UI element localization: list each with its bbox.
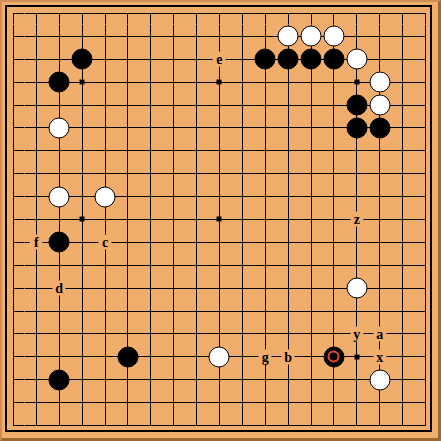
point-R3[interactable] <box>368 368 391 391</box>
point-N17[interactable] <box>277 48 300 71</box>
point-B12[interactable] <box>25 162 48 185</box>
point-N11[interactable] <box>277 185 300 208</box>
point-K16[interactable] <box>208 71 231 94</box>
point-H17[interactable] <box>162 48 185 71</box>
point-E7[interactable] <box>94 277 117 300</box>
point-L11[interactable] <box>231 185 254 208</box>
point-T14[interactable] <box>414 116 437 139</box>
point-N6[interactable] <box>277 300 300 323</box>
point-A2[interactable] <box>2 391 25 414</box>
point-E3[interactable] <box>94 368 117 391</box>
point-K9[interactable] <box>208 231 231 254</box>
point-G12[interactable] <box>139 162 162 185</box>
point-C7[interactable]: d <box>48 277 71 300</box>
point-C11[interactable] <box>48 185 71 208</box>
point-M11[interactable] <box>254 185 277 208</box>
point-M9[interactable] <box>254 231 277 254</box>
point-Q16[interactable] <box>345 71 368 94</box>
point-F2[interactable] <box>116 391 139 414</box>
point-S4[interactable] <box>391 345 414 368</box>
point-L9[interactable] <box>231 231 254 254</box>
point-B10[interactable] <box>25 208 48 231</box>
point-S13[interactable] <box>391 139 414 162</box>
point-F12[interactable] <box>116 162 139 185</box>
point-A9[interactable] <box>2 231 25 254</box>
point-B17[interactable] <box>25 48 48 71</box>
point-S1[interactable] <box>391 414 414 437</box>
point-M16[interactable] <box>254 71 277 94</box>
point-S9[interactable] <box>391 231 414 254</box>
point-G16[interactable] <box>139 71 162 94</box>
point-G19[interactable] <box>139 2 162 25</box>
point-F13[interactable] <box>116 139 139 162</box>
point-Q17[interactable] <box>345 48 368 71</box>
point-C5[interactable] <box>48 322 71 345</box>
point-J9[interactable] <box>185 231 208 254</box>
point-C13[interactable] <box>48 139 71 162</box>
point-T9[interactable] <box>414 231 437 254</box>
point-C2[interactable] <box>48 391 71 414</box>
point-B15[interactable] <box>25 94 48 117</box>
point-Q3[interactable] <box>345 368 368 391</box>
point-G15[interactable] <box>139 94 162 117</box>
point-K19[interactable] <box>208 2 231 25</box>
point-A19[interactable] <box>2 2 25 25</box>
point-F18[interactable] <box>116 25 139 48</box>
point-L16[interactable] <box>231 71 254 94</box>
point-R19[interactable] <box>368 2 391 25</box>
point-O6[interactable] <box>300 300 323 323</box>
point-N15[interactable] <box>277 94 300 117</box>
point-K3[interactable] <box>208 368 231 391</box>
point-R15[interactable] <box>368 94 391 117</box>
point-P8[interactable] <box>322 254 345 277</box>
point-J7[interactable] <box>185 277 208 300</box>
point-J2[interactable] <box>185 391 208 414</box>
point-J12[interactable] <box>185 162 208 185</box>
point-E19[interactable] <box>94 2 117 25</box>
point-J5[interactable] <box>185 322 208 345</box>
point-Q15[interactable] <box>345 94 368 117</box>
point-Q4[interactable] <box>345 345 368 368</box>
point-R4[interactable]: x <box>368 345 391 368</box>
point-E15[interactable] <box>94 94 117 117</box>
point-C15[interactable] <box>48 94 71 117</box>
point-F16[interactable] <box>116 71 139 94</box>
point-F3[interactable] <box>116 368 139 391</box>
point-S3[interactable] <box>391 368 414 391</box>
point-E17[interactable] <box>94 48 117 71</box>
point-S8[interactable] <box>391 254 414 277</box>
point-T15[interactable] <box>414 94 437 117</box>
point-A1[interactable] <box>2 414 25 437</box>
point-N5[interactable] <box>277 322 300 345</box>
point-A6[interactable] <box>2 300 25 323</box>
point-P12[interactable] <box>322 162 345 185</box>
point-E2[interactable] <box>94 391 117 414</box>
point-E14[interactable] <box>94 116 117 139</box>
point-H16[interactable] <box>162 71 185 94</box>
point-C12[interactable] <box>48 162 71 185</box>
point-A7[interactable] <box>2 277 25 300</box>
point-P11[interactable] <box>322 185 345 208</box>
point-H4[interactable] <box>162 345 185 368</box>
point-E8[interactable] <box>94 254 117 277</box>
point-B19[interactable] <box>25 2 48 25</box>
point-B1[interactable] <box>25 414 48 437</box>
point-T10[interactable] <box>414 208 437 231</box>
point-F1[interactable] <box>116 414 139 437</box>
point-D1[interactable] <box>71 414 94 437</box>
point-D19[interactable] <box>71 2 94 25</box>
point-K18[interactable] <box>208 25 231 48</box>
point-D9[interactable] <box>71 231 94 254</box>
point-S12[interactable] <box>391 162 414 185</box>
point-M7[interactable] <box>254 277 277 300</box>
point-M6[interactable] <box>254 300 277 323</box>
point-N1[interactable] <box>277 414 300 437</box>
point-O19[interactable] <box>300 2 323 25</box>
point-Q10[interactable]: z <box>345 208 368 231</box>
point-J16[interactable] <box>185 71 208 94</box>
point-T19[interactable] <box>414 2 437 25</box>
point-S15[interactable] <box>391 94 414 117</box>
point-G14[interactable] <box>139 116 162 139</box>
point-A10[interactable] <box>2 208 25 231</box>
point-D18[interactable] <box>71 25 94 48</box>
point-P13[interactable] <box>322 139 345 162</box>
point-A15[interactable] <box>2 94 25 117</box>
point-K13[interactable] <box>208 139 231 162</box>
point-T13[interactable] <box>414 139 437 162</box>
point-S14[interactable] <box>391 116 414 139</box>
point-Q5[interactable]: y <box>345 322 368 345</box>
point-K10[interactable] <box>208 208 231 231</box>
point-E6[interactable] <box>94 300 117 323</box>
point-N7[interactable] <box>277 277 300 300</box>
point-Q7[interactable] <box>345 277 368 300</box>
point-P16[interactable] <box>322 71 345 94</box>
point-J14[interactable] <box>185 116 208 139</box>
point-B13[interactable] <box>25 139 48 162</box>
point-D10[interactable] <box>71 208 94 231</box>
point-M19[interactable] <box>254 2 277 25</box>
point-E4[interactable] <box>94 345 117 368</box>
point-N19[interactable] <box>277 2 300 25</box>
point-F5[interactable] <box>116 322 139 345</box>
point-N12[interactable] <box>277 162 300 185</box>
point-D17[interactable] <box>71 48 94 71</box>
point-L19[interactable] <box>231 2 254 25</box>
point-K5[interactable] <box>208 322 231 345</box>
point-O18[interactable] <box>300 25 323 48</box>
point-P6[interactable] <box>322 300 345 323</box>
point-D11[interactable] <box>71 185 94 208</box>
point-G5[interactable] <box>139 322 162 345</box>
point-K4[interactable] <box>208 345 231 368</box>
point-E16[interactable] <box>94 71 117 94</box>
point-O9[interactable] <box>300 231 323 254</box>
point-S2[interactable] <box>391 391 414 414</box>
point-N13[interactable] <box>277 139 300 162</box>
point-O2[interactable] <box>300 391 323 414</box>
point-T3[interactable] <box>414 368 437 391</box>
point-K2[interactable] <box>208 391 231 414</box>
point-C10[interactable] <box>48 208 71 231</box>
point-M15[interactable] <box>254 94 277 117</box>
point-B11[interactable] <box>25 185 48 208</box>
point-D15[interactable] <box>71 94 94 117</box>
point-L5[interactable] <box>231 322 254 345</box>
point-H2[interactable] <box>162 391 185 414</box>
point-B16[interactable] <box>25 71 48 94</box>
point-J19[interactable] <box>185 2 208 25</box>
point-L18[interactable] <box>231 25 254 48</box>
point-R18[interactable] <box>368 25 391 48</box>
point-H5[interactable] <box>162 322 185 345</box>
point-N4[interactable]: b <box>277 345 300 368</box>
point-L12[interactable] <box>231 162 254 185</box>
point-F9[interactable] <box>116 231 139 254</box>
point-P5[interactable] <box>322 322 345 345</box>
point-L10[interactable] <box>231 208 254 231</box>
point-D6[interactable] <box>71 300 94 323</box>
point-P19[interactable] <box>322 2 345 25</box>
point-T7[interactable] <box>414 277 437 300</box>
point-A3[interactable] <box>2 368 25 391</box>
point-H6[interactable] <box>162 300 185 323</box>
point-H13[interactable] <box>162 139 185 162</box>
point-R14[interactable] <box>368 116 391 139</box>
point-B9[interactable]: f <box>25 231 48 254</box>
point-B7[interactable] <box>25 277 48 300</box>
point-T5[interactable] <box>414 322 437 345</box>
point-J4[interactable] <box>185 345 208 368</box>
point-F19[interactable] <box>116 2 139 25</box>
point-M10[interactable] <box>254 208 277 231</box>
point-R12[interactable] <box>368 162 391 185</box>
point-K14[interactable] <box>208 116 231 139</box>
point-M4[interactable]: g <box>254 345 277 368</box>
point-L8[interactable] <box>231 254 254 277</box>
point-T1[interactable] <box>414 414 437 437</box>
point-O5[interactable] <box>300 322 323 345</box>
point-H18[interactable] <box>162 25 185 48</box>
point-N10[interactable] <box>277 208 300 231</box>
point-A14[interactable] <box>2 116 25 139</box>
point-O4[interactable] <box>300 345 323 368</box>
point-L15[interactable] <box>231 94 254 117</box>
point-N16[interactable] <box>277 71 300 94</box>
point-D8[interactable] <box>71 254 94 277</box>
point-J8[interactable] <box>185 254 208 277</box>
point-T4[interactable] <box>414 345 437 368</box>
point-G17[interactable] <box>139 48 162 71</box>
point-J11[interactable] <box>185 185 208 208</box>
point-K8[interactable] <box>208 254 231 277</box>
point-F10[interactable] <box>116 208 139 231</box>
point-Q12[interactable] <box>345 162 368 185</box>
point-H15[interactable] <box>162 94 185 117</box>
point-C17[interactable] <box>48 48 71 71</box>
point-H9[interactable] <box>162 231 185 254</box>
point-N9[interactable] <box>277 231 300 254</box>
point-F7[interactable] <box>116 277 139 300</box>
point-C6[interactable] <box>48 300 71 323</box>
point-J3[interactable] <box>185 368 208 391</box>
point-P18[interactable] <box>322 25 345 48</box>
point-O17[interactable] <box>300 48 323 71</box>
point-J13[interactable] <box>185 139 208 162</box>
point-C4[interactable] <box>48 345 71 368</box>
point-Q14[interactable] <box>345 116 368 139</box>
point-Q9[interactable] <box>345 231 368 254</box>
point-D2[interactable] <box>71 391 94 414</box>
point-F15[interactable] <box>116 94 139 117</box>
point-A13[interactable] <box>2 139 25 162</box>
point-R1[interactable] <box>368 414 391 437</box>
point-B14[interactable] <box>25 116 48 139</box>
point-P3[interactable] <box>322 368 345 391</box>
point-Q13[interactable] <box>345 139 368 162</box>
point-O11[interactable] <box>300 185 323 208</box>
point-G6[interactable] <box>139 300 162 323</box>
point-B4[interactable] <box>25 345 48 368</box>
point-S19[interactable] <box>391 2 414 25</box>
point-K15[interactable] <box>208 94 231 117</box>
point-P10[interactable] <box>322 208 345 231</box>
point-D13[interactable] <box>71 139 94 162</box>
point-F17[interactable] <box>116 48 139 71</box>
point-A4[interactable] <box>2 345 25 368</box>
point-O3[interactable] <box>300 368 323 391</box>
point-M18[interactable] <box>254 25 277 48</box>
point-P1[interactable] <box>322 414 345 437</box>
point-C19[interactable] <box>48 2 71 25</box>
point-L1[interactable] <box>231 414 254 437</box>
point-H8[interactable] <box>162 254 185 277</box>
point-A11[interactable] <box>2 185 25 208</box>
point-R6[interactable] <box>368 300 391 323</box>
point-J10[interactable] <box>185 208 208 231</box>
point-H12[interactable] <box>162 162 185 185</box>
point-T8[interactable] <box>414 254 437 277</box>
point-G9[interactable] <box>139 231 162 254</box>
point-S16[interactable] <box>391 71 414 94</box>
point-E5[interactable] <box>94 322 117 345</box>
point-G11[interactable] <box>139 185 162 208</box>
point-H10[interactable] <box>162 208 185 231</box>
point-M14[interactable] <box>254 116 277 139</box>
point-O15[interactable] <box>300 94 323 117</box>
point-B3[interactable] <box>25 368 48 391</box>
point-F8[interactable] <box>116 254 139 277</box>
point-C16[interactable] <box>48 71 71 94</box>
point-O8[interactable] <box>300 254 323 277</box>
point-G7[interactable] <box>139 277 162 300</box>
point-B18[interactable] <box>25 25 48 48</box>
point-A18[interactable] <box>2 25 25 48</box>
point-C8[interactable] <box>48 254 71 277</box>
point-H14[interactable] <box>162 116 185 139</box>
point-D5[interactable] <box>71 322 94 345</box>
point-K7[interactable] <box>208 277 231 300</box>
point-O16[interactable] <box>300 71 323 94</box>
point-P17[interactable] <box>322 48 345 71</box>
point-C14[interactable] <box>48 116 71 139</box>
point-J17[interactable] <box>185 48 208 71</box>
point-D4[interactable] <box>71 345 94 368</box>
point-G8[interactable] <box>139 254 162 277</box>
point-B6[interactable] <box>25 300 48 323</box>
point-C9[interactable] <box>48 231 71 254</box>
point-Q1[interactable] <box>345 414 368 437</box>
point-M2[interactable] <box>254 391 277 414</box>
point-A5[interactable] <box>2 322 25 345</box>
point-P15[interactable] <box>322 94 345 117</box>
point-E9[interactable]: c <box>94 231 117 254</box>
point-N8[interactable] <box>277 254 300 277</box>
point-G10[interactable] <box>139 208 162 231</box>
point-A16[interactable] <box>2 71 25 94</box>
point-F14[interactable] <box>116 116 139 139</box>
point-T18[interactable] <box>414 25 437 48</box>
point-H7[interactable] <box>162 277 185 300</box>
point-C3[interactable] <box>48 368 71 391</box>
point-O7[interactable] <box>300 277 323 300</box>
point-R2[interactable] <box>368 391 391 414</box>
point-N14[interactable] <box>277 116 300 139</box>
point-S7[interactable] <box>391 277 414 300</box>
point-A8[interactable] <box>2 254 25 277</box>
point-E12[interactable] <box>94 162 117 185</box>
point-O1[interactable] <box>300 414 323 437</box>
point-C1[interactable] <box>48 414 71 437</box>
point-L13[interactable] <box>231 139 254 162</box>
point-R16[interactable] <box>368 71 391 94</box>
point-R17[interactable] <box>368 48 391 71</box>
point-K6[interactable] <box>208 300 231 323</box>
point-L3[interactable] <box>231 368 254 391</box>
point-R10[interactable] <box>368 208 391 231</box>
point-R11[interactable] <box>368 185 391 208</box>
point-O10[interactable] <box>300 208 323 231</box>
point-N3[interactable] <box>277 368 300 391</box>
point-J1[interactable] <box>185 414 208 437</box>
point-P14[interactable] <box>322 116 345 139</box>
point-O12[interactable] <box>300 162 323 185</box>
point-O13[interactable] <box>300 139 323 162</box>
point-P9[interactable] <box>322 231 345 254</box>
point-L4[interactable] <box>231 345 254 368</box>
point-S6[interactable] <box>391 300 414 323</box>
point-R8[interactable] <box>368 254 391 277</box>
point-B5[interactable] <box>25 322 48 345</box>
point-M5[interactable] <box>254 322 277 345</box>
point-B8[interactable] <box>25 254 48 277</box>
point-E1[interactable] <box>94 414 117 437</box>
point-L14[interactable] <box>231 116 254 139</box>
point-G2[interactable] <box>139 391 162 414</box>
point-D14[interactable] <box>71 116 94 139</box>
point-E18[interactable] <box>94 25 117 48</box>
point-H1[interactable] <box>162 414 185 437</box>
point-D12[interactable] <box>71 162 94 185</box>
point-M13[interactable] <box>254 139 277 162</box>
point-E13[interactable] <box>94 139 117 162</box>
point-H11[interactable] <box>162 185 185 208</box>
point-E10[interactable] <box>94 208 117 231</box>
